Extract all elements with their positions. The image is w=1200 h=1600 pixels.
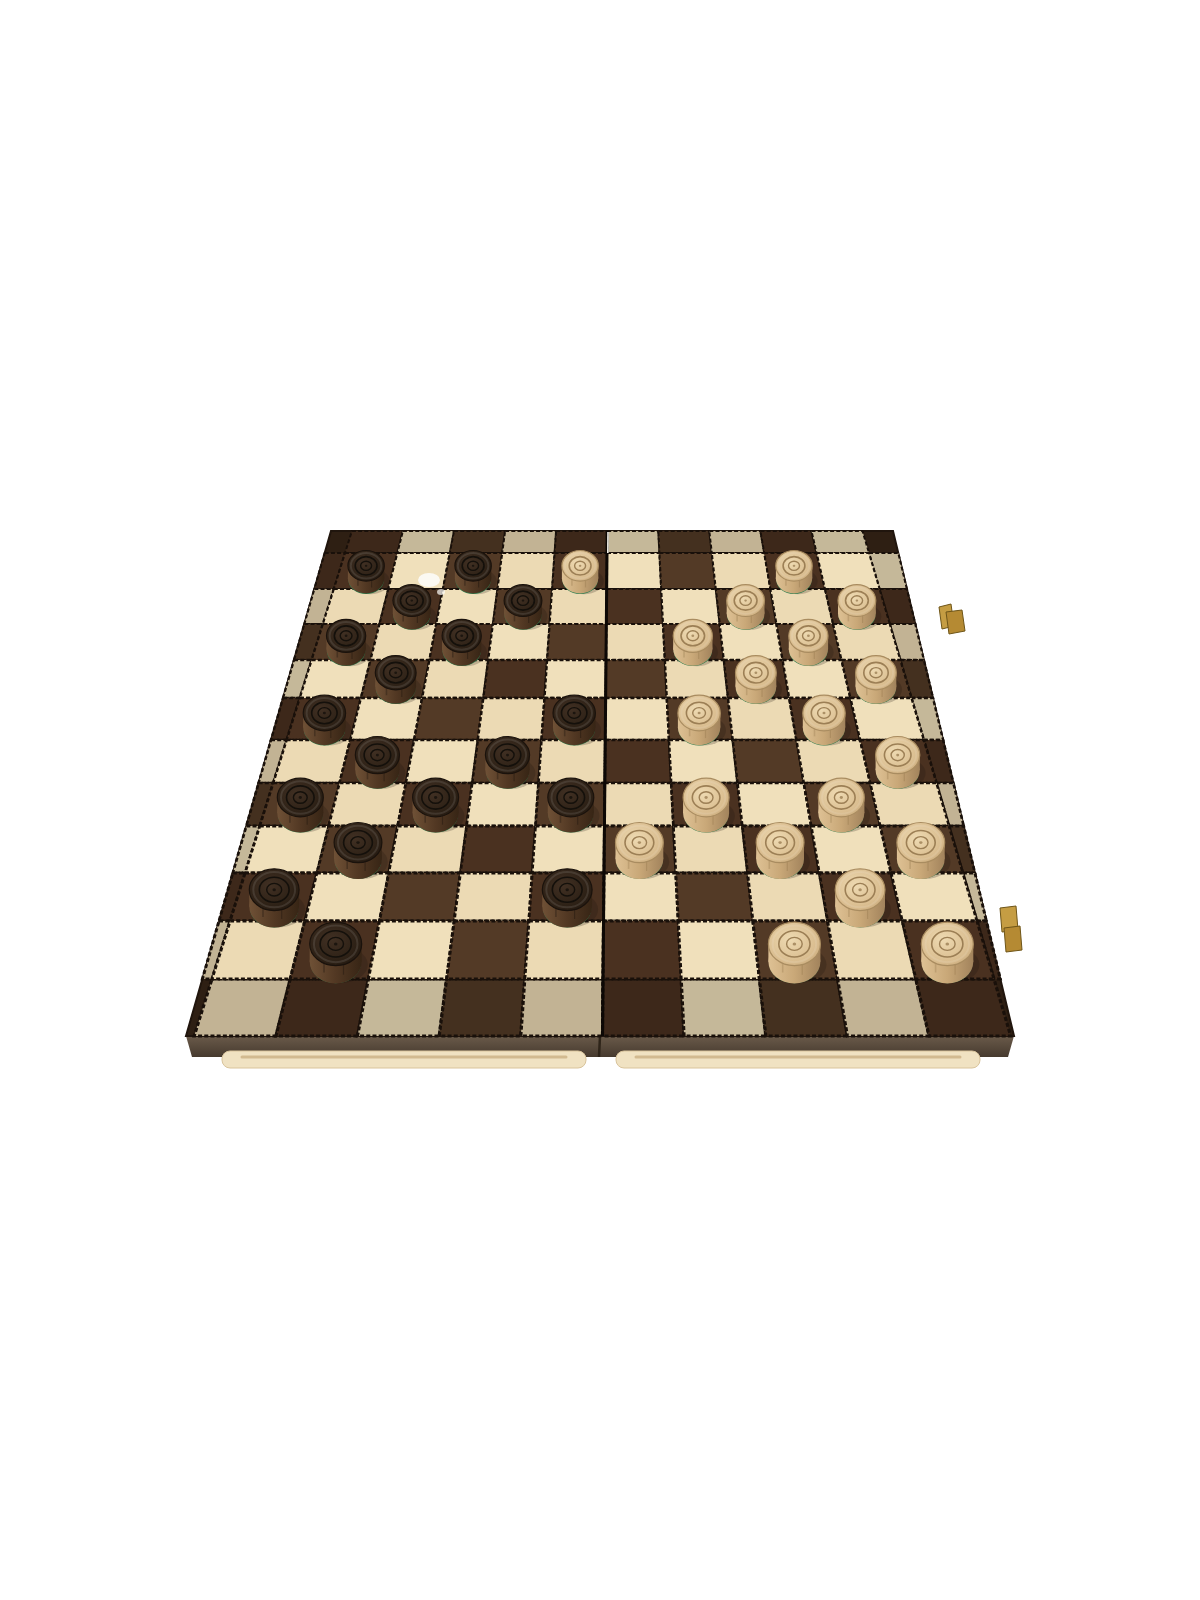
square-r6c7	[669, 740, 738, 783]
square-r4c3	[422, 660, 488, 698]
square-r9c6	[604, 873, 679, 921]
base-strip	[616, 1051, 980, 1068]
product-photo	[0, 0, 1200, 1600]
square-r1c6	[607, 553, 662, 589]
fold-seam-side	[599, 1036, 600, 1057]
square-r2c6	[606, 589, 663, 624]
brass-clasp	[946, 610, 965, 634]
square-r7c6	[604, 783, 673, 826]
brass-clasp	[1004, 926, 1022, 952]
square-r10c3	[368, 921, 454, 979]
border-cell-bottom	[759, 979, 847, 1036]
square-r10c5	[525, 921, 604, 979]
border-cell-top	[812, 531, 870, 553]
square-r2c9	[770, 589, 833, 624]
border-cell-bottom	[521, 979, 603, 1036]
square-r5c4	[478, 698, 545, 740]
square-r2c7	[661, 589, 720, 624]
border-cell-top	[397, 531, 454, 553]
border-cell-bottom	[276, 979, 369, 1036]
border-cell-top	[345, 531, 403, 553]
white-stain	[418, 573, 440, 587]
square-r5c10	[850, 698, 924, 740]
square-r3c5	[547, 624, 606, 660]
border-cell-bottom	[603, 979, 685, 1036]
square-r1c7	[659, 553, 715, 589]
border-cell-top	[555, 531, 608, 553]
square-r1c8	[712, 553, 771, 589]
border-cell-bottom	[916, 979, 1011, 1036]
square-r3c6	[606, 624, 665, 660]
square-r2c5	[550, 589, 607, 624]
square-r8c5	[532, 826, 604, 873]
square-r1c2	[388, 553, 450, 589]
square-r8c9	[811, 826, 891, 873]
square-r4c4	[483, 660, 547, 698]
square-r6c3	[406, 740, 478, 783]
square-r6c6	[605, 740, 671, 783]
square-r9c8	[748, 873, 828, 921]
border-cell-bottom	[358, 979, 447, 1036]
square-r1c4	[498, 553, 555, 589]
square-r6c8	[733, 740, 804, 783]
square-r9c4	[454, 873, 532, 921]
square-r7c4	[467, 783, 539, 826]
square-r9c7	[676, 873, 753, 921]
base-strip	[222, 1051, 586, 1068]
border-cell-top	[658, 531, 712, 553]
square-r8c7	[673, 826, 747, 873]
square-r9c10	[891, 873, 977, 921]
square-r4c5	[545, 660, 607, 698]
square-r10c9	[828, 921, 916, 979]
border-cell-bottom	[194, 979, 290, 1036]
square-r1c10	[817, 553, 880, 589]
border-cell-top	[502, 531, 556, 553]
square-r5c6	[605, 698, 669, 740]
border-cell-bottom	[681, 979, 766, 1036]
square-r7c10	[870, 783, 949, 826]
white-stain-dot	[437, 589, 445, 595]
square-r9c2	[305, 873, 389, 921]
square-r8c3	[389, 826, 467, 873]
square-r5c2	[350, 698, 422, 740]
square-r10c6	[603, 921, 681, 979]
border-cell-top	[709, 531, 764, 553]
square-r4c1	[300, 660, 371, 698]
square-r8c1	[245, 826, 329, 873]
square-r2c1	[323, 589, 389, 624]
square-r8c4	[460, 826, 535, 873]
border-cell-bottom	[439, 979, 525, 1036]
square-r6c5	[539, 740, 606, 783]
border-cell-top	[450, 531, 505, 553]
square-r6c9	[796, 740, 870, 783]
square-r6c1	[273, 740, 350, 783]
square-r7c2	[329, 783, 406, 826]
square-r7c8	[738, 783, 812, 826]
square-r4c6	[606, 660, 667, 698]
square-r10c7	[678, 921, 759, 979]
checkers-board	[0, 0, 1200, 1600]
border-cell-top	[607, 531, 659, 553]
square-r9c3	[380, 873, 461, 921]
square-r2c3	[436, 589, 497, 624]
square-r5c3	[414, 698, 483, 740]
border-cell-bottom	[838, 979, 930, 1036]
square-r3c2	[371, 624, 437, 660]
square-r10c4	[447, 921, 529, 979]
border-cell-top	[760, 531, 816, 553]
square-r5c8	[728, 698, 796, 740]
